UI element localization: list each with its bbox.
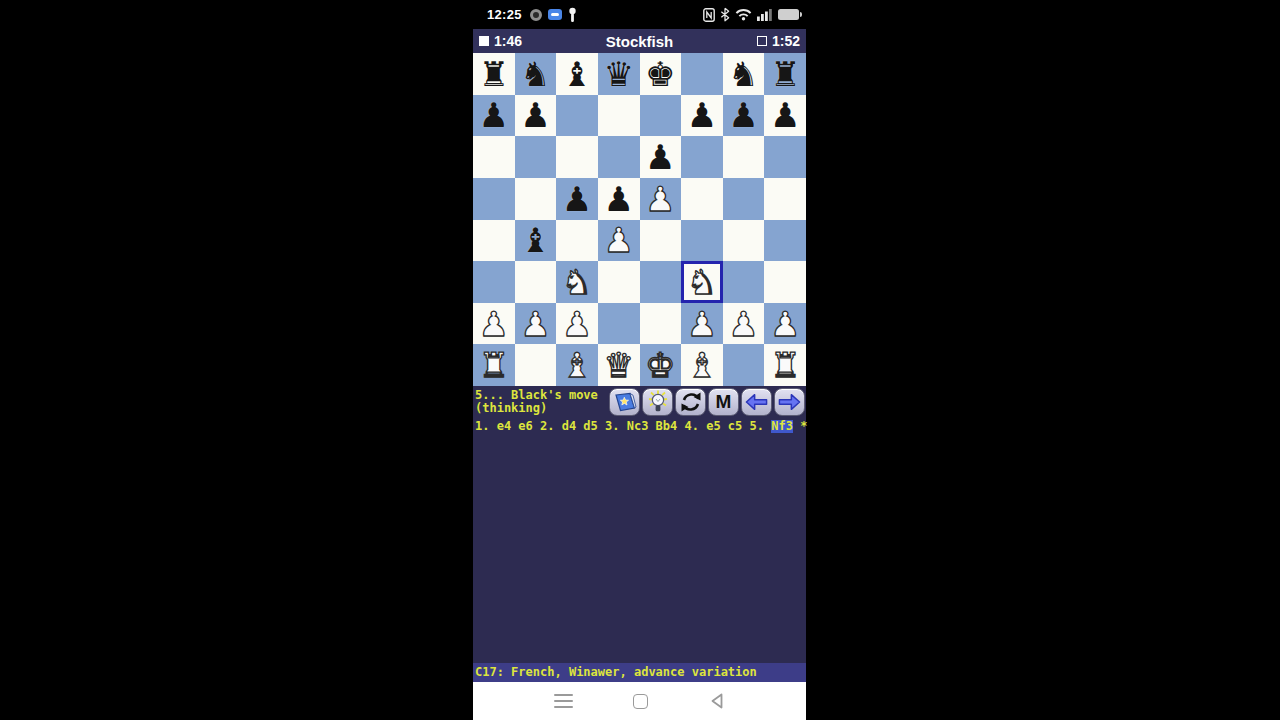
square-e3[interactable] xyxy=(640,261,682,303)
square-h6[interactable] xyxy=(764,136,806,178)
square-d5[interactable]: ♟ xyxy=(598,178,640,220)
square-e4[interactable] xyxy=(640,220,682,262)
black-pawn: ♟ xyxy=(520,98,550,132)
square-b2[interactable]: ♟ xyxy=(515,303,557,345)
square-h1[interactable]: ♜ xyxy=(764,344,806,386)
eco-bar: C17: French, Winawer, advance variation xyxy=(473,663,806,682)
black-pawn: ♟ xyxy=(603,182,633,216)
lightbulb-icon xyxy=(646,390,670,414)
black-pawn: ♟ xyxy=(645,140,675,174)
square-b5[interactable] xyxy=(515,178,557,220)
square-g5[interactable] xyxy=(723,178,765,220)
white-bishop: ♝ xyxy=(687,348,717,382)
status-row: 5... Black's move (thinking) xyxy=(473,386,806,417)
square-h7[interactable]: ♟ xyxy=(764,95,806,137)
square-c5[interactable]: ♟ xyxy=(556,178,598,220)
square-a8[interactable]: ♜ xyxy=(473,53,515,95)
black-queen: ♛ xyxy=(603,57,633,91)
square-f2[interactable]: ♟ xyxy=(681,303,723,345)
square-e6[interactable]: ♟ xyxy=(640,136,682,178)
white-knight: ♞ xyxy=(687,265,717,299)
white-queen: ♛ xyxy=(603,348,633,382)
cast-icon xyxy=(548,9,562,20)
back-icon[interactable] xyxy=(708,692,726,710)
status-right-icons xyxy=(703,7,799,22)
square-d8[interactable]: ♛ xyxy=(598,53,640,95)
square-f5[interactable] xyxy=(681,178,723,220)
square-g8[interactable]: ♞ xyxy=(723,53,765,95)
toolbar: M xyxy=(609,388,805,416)
square-f6[interactable] xyxy=(681,136,723,178)
square-a3[interactable] xyxy=(473,261,515,303)
square-e5[interactable]: ♟ xyxy=(640,178,682,220)
white-rook: ♜ xyxy=(479,348,509,382)
move-list[interactable]: 1. e4 e6 2. d4 d5 3. Nc3 Bb4 4. e5 c5 5.… xyxy=(473,417,806,435)
white-king: ♚ xyxy=(645,348,675,382)
square-c7[interactable] xyxy=(556,95,598,137)
square-a2[interactable]: ♟ xyxy=(473,303,515,345)
white-clock: 1:46 xyxy=(479,33,549,49)
status-bar: 12:25 xyxy=(473,0,806,29)
app-window: 12:25 xyxy=(473,0,806,720)
signal-icon xyxy=(757,8,773,21)
square-b4[interactable]: ♝ xyxy=(515,220,557,262)
game-header: 1:46 Stockfish 1:52 xyxy=(473,29,806,53)
square-c4[interactable] xyxy=(556,220,598,262)
square-d1[interactable]: ♛ xyxy=(598,344,640,386)
square-f4[interactable] xyxy=(681,220,723,262)
black-bishop: ♝ xyxy=(520,223,550,257)
black-pawn: ♟ xyxy=(479,98,509,132)
arrow-right-icon xyxy=(776,391,803,413)
book-icon xyxy=(613,391,637,413)
white-knight: ♞ xyxy=(562,265,592,299)
nfc-icon xyxy=(703,8,715,22)
square-e7[interactable] xyxy=(640,95,682,137)
square-c2[interactable]: ♟ xyxy=(556,303,598,345)
current-move: Nf3 xyxy=(771,420,793,433)
white-side-icon xyxy=(479,36,489,46)
black-pawn: ♟ xyxy=(728,98,758,132)
white-pawn: ♟ xyxy=(645,182,675,216)
square-b8[interactable]: ♞ xyxy=(515,53,557,95)
square-g7[interactable]: ♟ xyxy=(723,95,765,137)
status-time: 12:25 xyxy=(487,7,522,22)
black-pawn: ♟ xyxy=(770,98,800,132)
square-c3[interactable]: ♞ xyxy=(556,261,598,303)
black-bishop: ♝ xyxy=(562,57,592,91)
square-b7[interactable]: ♟ xyxy=(515,95,557,137)
white-pawn: ♟ xyxy=(603,223,633,257)
square-e8[interactable]: ♚ xyxy=(640,53,682,95)
black-knight: ♞ xyxy=(728,57,758,91)
square-f3[interactable]: ♞ xyxy=(681,261,723,303)
square-a4[interactable] xyxy=(473,220,515,262)
wifi-icon xyxy=(735,8,752,21)
square-g1[interactable] xyxy=(723,344,765,386)
white-clock-time: 1:46 xyxy=(494,33,522,49)
bluetooth-icon xyxy=(720,7,730,22)
engine-status-line1: 5... Black's move xyxy=(475,389,609,402)
square-a6[interactable] xyxy=(473,136,515,178)
square-b6[interactable] xyxy=(515,136,557,178)
black-side-icon xyxy=(757,36,767,46)
square-e2[interactable] xyxy=(640,303,682,345)
square-h8[interactable]: ♜ xyxy=(764,53,806,95)
square-d4[interactable]: ♟ xyxy=(598,220,640,262)
black-clock: 1:52 xyxy=(730,33,800,49)
square-f8[interactable] xyxy=(681,53,723,95)
square-d6[interactable] xyxy=(598,136,640,178)
white-rook: ♜ xyxy=(770,348,800,382)
white-pawn: ♟ xyxy=(770,307,800,341)
black-knight: ♞ xyxy=(520,57,550,91)
back-button[interactable] xyxy=(741,388,772,416)
square-f1[interactable]: ♝ xyxy=(681,344,723,386)
square-b1[interactable] xyxy=(515,344,557,386)
black-pawn: ♟ xyxy=(687,98,717,132)
square-g4[interactable] xyxy=(723,220,765,262)
black-clock-time: 1:52 xyxy=(772,33,800,49)
engine-status: 5... Black's move (thinking) xyxy=(475,389,609,415)
hint-button[interactable] xyxy=(642,388,673,416)
move-list-button[interactable]: M xyxy=(708,388,739,416)
android-nav-bar xyxy=(473,682,806,720)
screen-record-icon xyxy=(530,9,542,21)
arrow-left-icon xyxy=(743,391,770,413)
white-pawn: ♟ xyxy=(687,307,717,341)
eco-text: C17: French, Winawer, advance variation xyxy=(475,666,757,679)
screen: 12:25 xyxy=(0,0,1280,720)
square-a5[interactable] xyxy=(473,178,515,220)
square-g2[interactable]: ♟ xyxy=(723,303,765,345)
square-b3[interactable] xyxy=(515,261,557,303)
white-bishop: ♝ xyxy=(562,348,592,382)
engine-status-line2: (thinking) xyxy=(475,402,609,415)
battery-icon xyxy=(778,9,799,20)
black-king: ♚ xyxy=(645,57,675,91)
square-g6[interactable] xyxy=(723,136,765,178)
square-f7[interactable]: ♟ xyxy=(681,95,723,137)
white-pawn: ♟ xyxy=(479,307,509,341)
status-left-icons xyxy=(530,7,577,23)
forward-button[interactable] xyxy=(774,388,805,416)
square-g3[interactable] xyxy=(723,261,765,303)
square-h2[interactable]: ♟ xyxy=(764,303,806,345)
moves-before: 1. e4 e6 2. d4 d5 3. Nc3 Bb4 4. e5 c5 5. xyxy=(475,420,771,433)
square-e1[interactable]: ♚ xyxy=(640,344,682,386)
refresh-icon xyxy=(679,390,703,414)
square-d2[interactable] xyxy=(598,303,640,345)
black-rook: ♜ xyxy=(770,57,800,91)
square-c8[interactable]: ♝ xyxy=(556,53,598,95)
square-h5[interactable] xyxy=(764,178,806,220)
square-c1[interactable]: ♝ xyxy=(556,344,598,386)
square-h3[interactable] xyxy=(764,261,806,303)
new-game-button[interactable] xyxy=(675,388,706,416)
menu-icon[interactable] xyxy=(554,694,573,707)
moves-after: * xyxy=(793,420,807,433)
engine-title: Stockfish xyxy=(549,33,730,50)
key-icon xyxy=(568,7,577,23)
square-a7[interactable]: ♟ xyxy=(473,95,515,137)
square-h4[interactable] xyxy=(764,220,806,262)
opening-book-button[interactable] xyxy=(609,388,640,416)
analysis-area xyxy=(473,435,806,663)
white-pawn: ♟ xyxy=(520,307,550,341)
chess-board: ♜♞♝♛♚♞♜♟♟♟♟♟♟♟♟♟♝♟♞♞♟♟♟♟♟♟♜♝♛♚♝♜ xyxy=(473,53,806,386)
square-c6[interactable] xyxy=(556,136,598,178)
white-pawn: ♟ xyxy=(562,307,592,341)
square-d7[interactable] xyxy=(598,95,640,137)
white-pawn: ♟ xyxy=(728,307,758,341)
home-icon[interactable] xyxy=(633,694,648,709)
black-pawn: ♟ xyxy=(562,182,592,216)
black-rook: ♜ xyxy=(479,57,509,91)
square-d3[interactable] xyxy=(598,261,640,303)
square-a1[interactable]: ♜ xyxy=(473,344,515,386)
